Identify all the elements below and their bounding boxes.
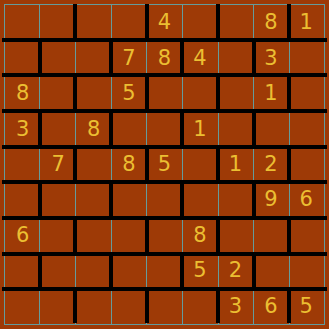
cell-r3c4[interactable]: 5 <box>111 76 146 111</box>
cell-r7c2[interactable] <box>40 218 75 253</box>
cell-r7c7[interactable] <box>218 218 253 253</box>
cell-r4c9[interactable] <box>289 111 324 146</box>
cell-r3c1[interactable]: 8 <box>5 76 40 111</box>
cell-r2c6[interactable]: 4 <box>182 40 217 75</box>
cell-r8c8[interactable] <box>253 253 288 288</box>
cell-r2c7[interactable] <box>218 40 253 75</box>
cell-r4c4[interactable] <box>111 111 146 146</box>
cell-r1c8[interactable]: 8 <box>253 5 288 40</box>
cell-r3c3[interactable] <box>76 76 111 111</box>
cell-r7c6[interactable]: 8 <box>182 218 217 253</box>
cell-r4c2[interactable] <box>40 111 75 146</box>
cell-r2c4[interactable]: 7 <box>111 40 146 75</box>
cell-r4c3[interactable]: 8 <box>76 111 111 146</box>
cell-r5c5[interactable]: 5 <box>147 147 182 182</box>
cell-r6c7[interactable] <box>218 182 253 217</box>
cell-r4c6[interactable]: 1 <box>182 111 217 146</box>
cell-r7c4[interactable] <box>111 218 146 253</box>
cell-r3c7[interactable] <box>218 76 253 111</box>
cell-r3c9[interactable] <box>289 76 324 111</box>
cell-grid: 481784385138178512966852365 <box>5 5 324 324</box>
cell-r8c1[interactable] <box>5 253 40 288</box>
cell-r2c1[interactable] <box>5 40 40 75</box>
cell-r6c1[interactable] <box>5 182 40 217</box>
cell-r9c1[interactable] <box>5 289 40 324</box>
cell-r4c5[interactable] <box>147 111 182 146</box>
cell-r8c6[interactable]: 5 <box>182 253 217 288</box>
cell-r2c5[interactable]: 8 <box>147 40 182 75</box>
cell-r6c6[interactable] <box>182 182 217 217</box>
cell-r5c6[interactable] <box>182 147 217 182</box>
cell-r1c7[interactable] <box>218 5 253 40</box>
cell-r6c9[interactable]: 6 <box>289 182 324 217</box>
cell-r2c8[interactable]: 3 <box>253 40 288 75</box>
cell-r1c1[interactable] <box>5 5 40 40</box>
cell-r4c7[interactable] <box>218 111 253 146</box>
cell-r9c2[interactable] <box>40 289 75 324</box>
cell-r8c7[interactable]: 2 <box>218 253 253 288</box>
cell-r9c8[interactable]: 6 <box>253 289 288 324</box>
cell-r5c4[interactable]: 8 <box>111 147 146 182</box>
cell-r7c3[interactable] <box>76 218 111 253</box>
cell-r5c7[interactable]: 1 <box>218 147 253 182</box>
puzzle-board: 481784385138178512966852365 <box>0 0 329 329</box>
cell-r8c2[interactable] <box>40 253 75 288</box>
cell-r5c1[interactable] <box>5 147 40 182</box>
cell-r9c7[interactable]: 3 <box>218 289 253 324</box>
cell-r4c8[interactable] <box>253 111 288 146</box>
cell-r6c3[interactable] <box>76 182 111 217</box>
cell-r3c8[interactable]: 1 <box>253 76 288 111</box>
cell-r1c9[interactable]: 1 <box>289 5 324 40</box>
cell-r5c9[interactable] <box>289 147 324 182</box>
cell-r6c4[interactable] <box>111 182 146 217</box>
cell-r5c8[interactable]: 2 <box>253 147 288 182</box>
cell-r8c4[interactable] <box>111 253 146 288</box>
cell-r7c5[interactable] <box>147 218 182 253</box>
cell-r1c3[interactable] <box>76 5 111 40</box>
cell-r9c5[interactable] <box>147 289 182 324</box>
cell-r9c6[interactable] <box>182 289 217 324</box>
cell-r9c9[interactable]: 5 <box>289 289 324 324</box>
cell-r8c3[interactable] <box>76 253 111 288</box>
cell-r8c5[interactable] <box>147 253 182 288</box>
cell-r6c8[interactable]: 9 <box>253 182 288 217</box>
cell-r3c2[interactable] <box>40 76 75 111</box>
cell-r1c5[interactable]: 4 <box>147 5 182 40</box>
cell-r3c6[interactable] <box>182 76 217 111</box>
cell-r6c2[interactable] <box>40 182 75 217</box>
cell-r6c5[interactable] <box>147 182 182 217</box>
cell-r8c9[interactable] <box>289 253 324 288</box>
cell-r4c1[interactable]: 3 <box>5 111 40 146</box>
cell-r2c2[interactable] <box>40 40 75 75</box>
cell-r5c3[interactable] <box>76 147 111 182</box>
cell-r9c3[interactable] <box>76 289 111 324</box>
cell-r9c4[interactable] <box>111 289 146 324</box>
cell-r5c2[interactable]: 7 <box>40 147 75 182</box>
cell-r2c3[interactable] <box>76 40 111 75</box>
cell-r7c9[interactable] <box>289 218 324 253</box>
cell-r1c2[interactable] <box>40 5 75 40</box>
cell-r2c9[interactable] <box>289 40 324 75</box>
cell-r7c8[interactable] <box>253 218 288 253</box>
cell-r3c5[interactable] <box>147 76 182 111</box>
cell-r1c4[interactable] <box>111 5 146 40</box>
cell-r7c1[interactable]: 6 <box>5 218 40 253</box>
cell-r1c6[interactable] <box>182 5 217 40</box>
